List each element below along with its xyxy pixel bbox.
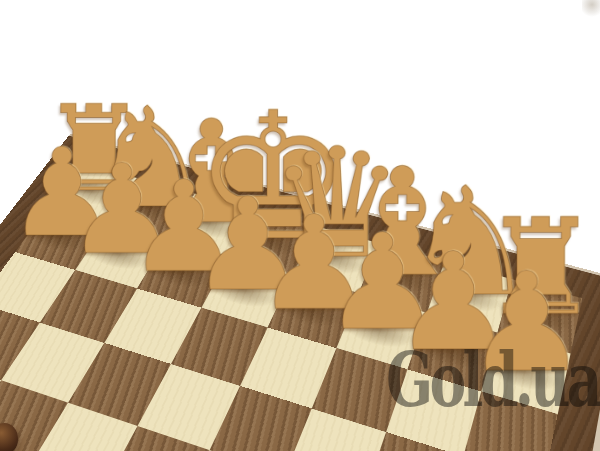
- chess-board: ♜♞♝♚♛♝♞♜♟♟♟♟♟♟♟♟: [0, 134, 600, 451]
- product-photo: ♜♞♝♚♛♝♞♜♟♟♟♟♟♟♟♟ Gold.ua: [0, 0, 600, 451]
- faint-logo-mark: [582, 0, 600, 19]
- square-a2: ♟: [481, 333, 570, 415]
- white-pawn-glyph: ♟: [465, 254, 588, 391]
- square-a3: [463, 391, 557, 451]
- board-perspective-wrapper: ♜♞♝♚♛♝♞♜♟♟♟♟♟♟♟♟: [0, 0, 600, 451]
